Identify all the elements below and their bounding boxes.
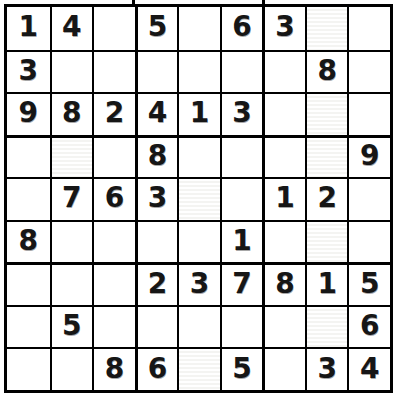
given-digit: 8 (148, 142, 167, 170)
given-digit: 8 (105, 355, 124, 383)
cell-r9c4[interactable]: 6 (135, 347, 178, 390)
given-digit: 5 (148, 13, 167, 41)
given-digit: 5 (360, 270, 379, 298)
cell-r5c6[interactable] (220, 177, 263, 220)
cell-r4c2[interactable] (50, 135, 93, 178)
cell-r5c1[interactable] (7, 177, 50, 220)
cell-r1c8[interactable] (305, 7, 348, 50)
cell-r2c5[interactable] (177, 50, 220, 93)
sudoku-board: 14563389824138976312812378155686534 (4, 4, 393, 393)
given-digit: 4 (148, 99, 167, 127)
given-digit: 8 (19, 227, 38, 255)
cell-r2c1[interactable]: 3 (7, 50, 50, 93)
given-digit: 2 (105, 99, 124, 127)
cell-r5c3[interactable]: 6 (92, 177, 135, 220)
cell-r6c3[interactable] (92, 220, 135, 263)
given-digit: 3 (232, 99, 251, 127)
cell-r6c1[interactable]: 8 (7, 220, 50, 263)
cell-r5c2[interactable]: 7 (50, 177, 93, 220)
cell-r7c1[interactable] (7, 262, 50, 305)
cell-r1c6[interactable]: 6 (220, 7, 263, 50)
cell-r3c9[interactable] (347, 92, 390, 135)
given-digit: 5 (62, 312, 81, 340)
cell-r7c3[interactable] (92, 262, 135, 305)
cell-r8c7[interactable] (262, 305, 305, 348)
cell-r4c1[interactable] (7, 135, 50, 178)
cell-r2c3[interactable] (92, 50, 135, 93)
cell-r1c4[interactable]: 5 (135, 7, 178, 50)
cell-r4c7[interactable] (262, 135, 305, 178)
cell-r8c8[interactable] (305, 305, 348, 348)
cell-r6c2[interactable] (50, 220, 93, 263)
cell-r8c2[interactable]: 5 (50, 305, 93, 348)
cell-r9c6[interactable]: 5 (220, 347, 263, 390)
given-digit: 6 (232, 13, 251, 41)
cell-r2c6[interactable] (220, 50, 263, 93)
given-digit: 4 (62, 13, 81, 41)
cell-r2c9[interactable] (347, 50, 390, 93)
given-digit: 4 (360, 355, 379, 383)
cell-r1c7[interactable]: 3 (262, 7, 305, 50)
cell-r7c9[interactable]: 5 (347, 262, 390, 305)
cell-r7c6[interactable]: 7 (220, 262, 263, 305)
cell-r5c8[interactable]: 2 (305, 177, 348, 220)
given-digit: 7 (62, 184, 81, 212)
cell-r3c1[interactable]: 9 (7, 92, 50, 135)
given-digit: 1 (19, 13, 38, 41)
cell-r1c3[interactable] (92, 7, 135, 50)
given-digit: 3 (317, 355, 336, 383)
cell-r6c7[interactable] (262, 220, 305, 263)
cell-r9c9[interactable]: 4 (347, 347, 390, 390)
cell-r7c2[interactable] (50, 262, 93, 305)
given-digit: 8 (275, 270, 294, 298)
cell-r3c2[interactable]: 8 (50, 92, 93, 135)
given-digit: 5 (232, 355, 251, 383)
given-digit: 7 (232, 270, 251, 298)
given-digit: 6 (360, 312, 379, 340)
cell-r8c9[interactable]: 6 (347, 305, 390, 348)
cell-r7c8[interactable]: 1 (305, 262, 348, 305)
cell-r3c3[interactable]: 2 (92, 92, 135, 135)
cell-r2c2[interactable] (50, 50, 93, 93)
given-digit: 6 (148, 355, 167, 383)
cell-r4c9[interactable]: 9 (347, 135, 390, 178)
cell-r2c4[interactable] (135, 50, 178, 93)
given-digit: 9 (19, 99, 38, 127)
given-digit: 8 (317, 57, 336, 85)
cell-r3c5[interactable]: 1 (177, 92, 220, 135)
given-digit: 1 (190, 99, 209, 127)
given-digit: 2 (317, 184, 336, 212)
cell-r4c6[interactable] (220, 135, 263, 178)
cell-r1c1[interactable]: 1 (7, 7, 50, 50)
cell-r9c1[interactable] (7, 347, 50, 390)
cell-r7c5[interactable]: 3 (177, 262, 220, 305)
cell-r3c6[interactable]: 3 (220, 92, 263, 135)
cell-r3c8[interactable] (305, 92, 348, 135)
sudoku-page: 14563389824138976312812378155686534 (0, 0, 397, 400)
given-digit: 1 (232, 227, 251, 255)
cell-r3c7[interactable] (262, 92, 305, 135)
given-digit: 9 (360, 142, 379, 170)
cell-r7c7[interactable]: 8 (262, 262, 305, 305)
cell-r6c8[interactable] (305, 220, 348, 263)
given-digit: 8 (62, 99, 81, 127)
given-digit: 1 (317, 270, 336, 298)
given-digit: 2 (148, 270, 167, 298)
cell-r5c4[interactable]: 3 (135, 177, 178, 220)
cell-r5c5[interactable] (177, 177, 220, 220)
cell-r2c7[interactable] (262, 50, 305, 93)
cell-r5c7[interactable]: 1 (262, 177, 305, 220)
cell-r1c5[interactable] (177, 7, 220, 50)
cell-r4c8[interactable] (305, 135, 348, 178)
cell-r5c9[interactable] (347, 177, 390, 220)
given-digit: 3 (275, 13, 294, 41)
cell-r9c5[interactable] (177, 347, 220, 390)
cell-r3c4[interactable]: 4 (135, 92, 178, 135)
cell-r6c5[interactable] (177, 220, 220, 263)
cell-r9c7[interactable] (262, 347, 305, 390)
given-digit: 3 (19, 57, 38, 85)
cell-r8c1[interactable] (7, 305, 50, 348)
cell-r9c8[interactable]: 3 (305, 347, 348, 390)
cell-r8c3[interactable] (92, 305, 135, 348)
given-digit: 6 (105, 184, 124, 212)
cell-r2c8[interactable]: 8 (305, 50, 348, 93)
cell-r4c3[interactable] (92, 135, 135, 178)
cell-r1c9[interactable] (347, 7, 390, 50)
cell-r9c3[interactable]: 8 (92, 347, 135, 390)
cell-r8c6[interactable] (220, 305, 263, 348)
given-digit: 1 (275, 184, 294, 212)
cell-r9c2[interactable] (50, 347, 93, 390)
cell-r7c4[interactable]: 2 (135, 262, 178, 305)
cell-r6c6[interactable]: 1 (220, 220, 263, 263)
cell-r8c5[interactable] (177, 305, 220, 348)
given-digit: 3 (148, 184, 167, 212)
cell-r8c4[interactable] (135, 305, 178, 348)
cell-r6c4[interactable] (135, 220, 178, 263)
cell-r1c2[interactable]: 4 (50, 7, 93, 50)
given-digit: 3 (190, 270, 209, 298)
cell-r6c9[interactable] (347, 220, 390, 263)
cell-r4c4[interactable]: 8 (135, 135, 178, 178)
cell-r4c5[interactable] (177, 135, 220, 178)
